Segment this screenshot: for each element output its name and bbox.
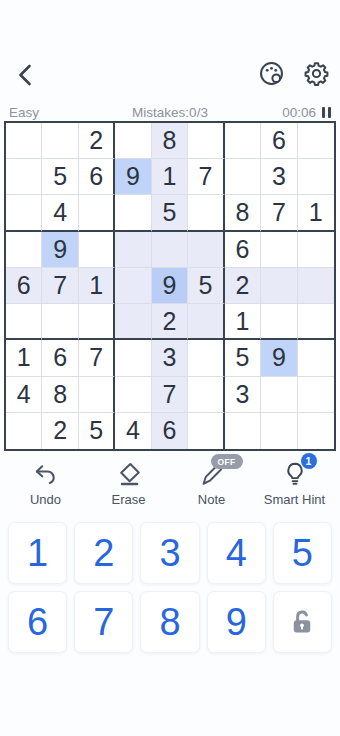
sudoku-cell-r2c8[interactable]: 3 bbox=[261, 159, 297, 195]
sudoku-cell-r9c8[interactable] bbox=[261, 413, 297, 449]
numpad-key-4[interactable]: 4 bbox=[207, 522, 266, 584]
sudoku-cell-r8c9[interactable] bbox=[298, 377, 334, 413]
mistakes-counter: Mistakes:0/3 bbox=[104, 105, 237, 120]
sudoku-cell-r2c7[interactable] bbox=[225, 159, 261, 195]
sudoku-cell-r3c3[interactable] bbox=[79, 195, 115, 231]
sudoku-cell-r3c9[interactable]: 1 bbox=[298, 195, 334, 231]
sudoku-cell-r2c6[interactable]: 7 bbox=[188, 159, 224, 195]
numpad-key-2[interactable]: 2 bbox=[74, 522, 133, 584]
sudoku-cell-r7c9[interactable] bbox=[298, 340, 334, 376]
numpad-key-9[interactable]: 9 bbox=[207, 591, 266, 653]
sudoku-cell-r5c2[interactable]: 7 bbox=[42, 268, 78, 304]
timer: 00:06 bbox=[282, 105, 316, 120]
sudoku-cell-r3c4[interactable] bbox=[115, 195, 151, 231]
sudoku-cell-r7c7[interactable]: 5 bbox=[225, 340, 261, 376]
sudoku-cell-r7c2[interactable]: 6 bbox=[42, 340, 78, 376]
sudoku-cell-r8c8[interactable] bbox=[261, 377, 297, 413]
sudoku-cell-r2c5[interactable]: 1 bbox=[152, 159, 188, 195]
theme-palette-button[interactable] bbox=[258, 60, 285, 87]
sudoku-cell-r1c1[interactable] bbox=[6, 123, 42, 159]
sudoku-cell-r8c1[interactable]: 4 bbox=[6, 377, 42, 413]
smart-hint-button[interactable]: 1 Smart Hint bbox=[256, 458, 334, 507]
sudoku-cell-r8c3[interactable] bbox=[79, 377, 115, 413]
sudoku-cell-r1c8[interactable]: 6 bbox=[261, 123, 297, 159]
sudoku-cell-r5c8[interactable] bbox=[261, 268, 297, 304]
header bbox=[0, 58, 340, 94]
sudoku-cell-r1c4[interactable] bbox=[115, 123, 151, 159]
sudoku-cell-r1c9[interactable] bbox=[298, 123, 334, 159]
status-bar: Easy Mistakes:0/3 00:06 bbox=[0, 103, 340, 121]
sudoku-cell-r6c3[interactable] bbox=[79, 304, 115, 340]
sudoku-cell-r3c6[interactable] bbox=[188, 195, 224, 231]
sudoku-cell-r8c4[interactable] bbox=[115, 377, 151, 413]
sudoku-cell-r4c1[interactable] bbox=[6, 232, 42, 268]
erase-label: Erase bbox=[112, 492, 146, 507]
sudoku-cell-r1c6[interactable] bbox=[188, 123, 224, 159]
settings-button[interactable] bbox=[303, 60, 330, 87]
eraser-icon bbox=[114, 461, 144, 487]
numpad-key-5[interactable]: 5 bbox=[273, 522, 332, 584]
sudoku-cell-r2c4[interactable]: 9 bbox=[115, 159, 151, 195]
sudoku-cell-r8c2[interactable]: 8 bbox=[42, 377, 78, 413]
sudoku-cell-r5c1[interactable]: 6 bbox=[6, 268, 42, 304]
difficulty-label: Easy bbox=[9, 105, 104, 120]
sudoku-cell-r8c6[interactable] bbox=[188, 377, 224, 413]
sudoku-cell-r6c6[interactable] bbox=[188, 304, 224, 340]
sudoku-cell-r2c2[interactable]: 5 bbox=[42, 159, 78, 195]
sudoku-cell-r6c2[interactable] bbox=[42, 304, 78, 340]
sudoku-cell-r6c5[interactable]: 2 bbox=[152, 304, 188, 340]
chevron-left-icon bbox=[12, 61, 40, 89]
sudoku-cell-r5c5[interactable]: 9 bbox=[152, 268, 188, 304]
sudoku-cell-r5c9[interactable] bbox=[298, 268, 334, 304]
sudoku-cell-r3c7[interactable]: 8 bbox=[225, 195, 261, 231]
sudoku-cell-r4c2[interactable]: 9 bbox=[42, 232, 78, 268]
sudoku-cell-r9c3[interactable]: 5 bbox=[79, 413, 115, 449]
pause-button[interactable] bbox=[322, 107, 331, 118]
erase-button[interactable]: Erase bbox=[90, 458, 168, 507]
numpad-key-8[interactable]: 8 bbox=[140, 591, 199, 653]
sudoku-cell-r2c3[interactable]: 6 bbox=[79, 159, 115, 195]
sudoku-cell-r7c4[interactable] bbox=[115, 340, 151, 376]
sudoku-cell-r5c7[interactable]: 2 bbox=[225, 268, 261, 304]
sudoku-cell-r1c2[interactable] bbox=[42, 123, 78, 159]
sudoku-cell-r4c7[interactable]: 6 bbox=[225, 232, 261, 268]
sudoku-cell-r3c5[interactable]: 5 bbox=[152, 195, 188, 231]
open-padlock-icon bbox=[287, 607, 317, 637]
sudoku-cell-r8c5[interactable]: 7 bbox=[152, 377, 188, 413]
sudoku-cell-r6c8[interactable] bbox=[261, 304, 297, 340]
sudoku-cell-r9c1[interactable] bbox=[6, 413, 42, 449]
lock-button[interactable] bbox=[273, 591, 332, 653]
sudoku-cell-r4c6[interactable] bbox=[188, 232, 224, 268]
numpad-key-6[interactable]: 6 bbox=[8, 591, 67, 653]
smart-hint-label: Smart Hint bbox=[264, 492, 325, 507]
back-button[interactable] bbox=[12, 61, 40, 89]
sudoku-cell-r1c5[interactable]: 8 bbox=[152, 123, 188, 159]
sudoku-cell-r7c5[interactable]: 3 bbox=[152, 340, 188, 376]
sudoku-cell-r8c7[interactable]: 3 bbox=[225, 377, 261, 413]
undo-label: Undo bbox=[30, 492, 61, 507]
sudoku-cell-r7c3[interactable]: 7 bbox=[79, 340, 115, 376]
sudoku-cell-r7c8[interactable]: 9 bbox=[261, 340, 297, 376]
hint-count-badge: 1 bbox=[301, 453, 317, 469]
note-label: Note bbox=[198, 492, 225, 507]
light-bulb-icon: 1 bbox=[280, 461, 310, 487]
pencil-icon: OFF bbox=[197, 461, 227, 487]
sudoku-cell-r3c2[interactable]: 4 bbox=[42, 195, 78, 231]
sudoku-cell-r5c6[interactable]: 5 bbox=[188, 268, 224, 304]
sudoku-cell-r4c9[interactable] bbox=[298, 232, 334, 268]
sudoku-cell-r7c1[interactable]: 1 bbox=[6, 340, 42, 376]
sudoku-cell-r3c1[interactable] bbox=[6, 195, 42, 231]
gear-icon bbox=[303, 60, 330, 87]
sudoku-app: Easy Mistakes:0/3 00:06 2865691734587196… bbox=[0, 0, 340, 736]
note-button[interactable]: OFF Note bbox=[173, 458, 251, 507]
number-pad: 123456789 bbox=[8, 522, 332, 653]
sudoku-cell-r2c1[interactable] bbox=[6, 159, 42, 195]
sudoku-cell-r9c6[interactable] bbox=[188, 413, 224, 449]
sudoku-cell-r4c3[interactable] bbox=[79, 232, 115, 268]
numpad-key-7[interactable]: 7 bbox=[74, 591, 133, 653]
sudoku-cell-r5c3[interactable]: 1 bbox=[79, 268, 115, 304]
sudoku-cell-r6c7[interactable]: 1 bbox=[225, 304, 261, 340]
sudoku-cell-r5c4[interactable] bbox=[115, 268, 151, 304]
sudoku-cell-r2c9[interactable] bbox=[298, 159, 334, 195]
toolbar: Undo Erase OFF Note bbox=[0, 458, 340, 510]
sudoku-cell-r1c3[interactable]: 2 bbox=[79, 123, 115, 159]
sudoku-cell-r9c5[interactable]: 6 bbox=[152, 413, 188, 449]
sudoku-cell-r4c8[interactable] bbox=[261, 232, 297, 268]
sudoku-cell-r4c5[interactable] bbox=[152, 232, 188, 268]
sudoku-cell-r9c4[interactable]: 4 bbox=[115, 413, 151, 449]
sudoku-cell-r7c6[interactable] bbox=[188, 340, 224, 376]
numpad-key-3[interactable]: 3 bbox=[140, 522, 199, 584]
sudoku-cell-r3c8[interactable]: 7 bbox=[261, 195, 297, 231]
sudoku-cell-r9c7[interactable] bbox=[225, 413, 261, 449]
undo-button[interactable]: Undo bbox=[7, 458, 85, 507]
sudoku-board: 28656917345871966719522116735948732546 bbox=[4, 121, 336, 451]
sudoku-cell-r1c7[interactable] bbox=[225, 123, 261, 159]
undo-arrow-icon bbox=[31, 461, 61, 487]
sudoku-cell-r9c9[interactable] bbox=[298, 413, 334, 449]
numpad-key-1[interactable]: 1 bbox=[8, 522, 67, 584]
palette-icon bbox=[258, 60, 285, 87]
sudoku-cell-r9c2[interactable]: 2 bbox=[42, 413, 78, 449]
sudoku-cell-r4c4[interactable] bbox=[115, 232, 151, 268]
sudoku-cell-r6c4[interactable] bbox=[115, 304, 151, 340]
sudoku-cell-r6c9[interactable] bbox=[298, 304, 334, 340]
sudoku-cell-r6c1[interactable] bbox=[6, 304, 42, 340]
note-off-badge: OFF bbox=[211, 454, 243, 469]
